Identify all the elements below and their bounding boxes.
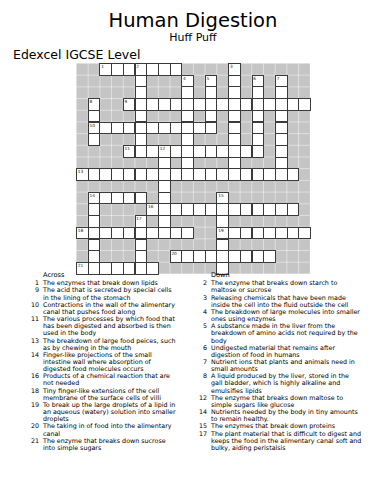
clue-number-8: 8 bbox=[89, 99, 92, 104]
down-clue-12: 12The enzyme that breaks down maltose to… bbox=[194, 394, 362, 408]
clue-text: Contractions in the wall of the alimenta… bbox=[43, 301, 178, 315]
clue-text: The enzymes that break down lipids bbox=[43, 279, 178, 286]
clue-text: Nutrient ions that plants and animals ne… bbox=[211, 358, 362, 372]
across-header: Across bbox=[43, 272, 178, 279]
clue-text: Products of a chemical reaction that are… bbox=[43, 372, 178, 386]
grid-cell-r9c18[interactable] bbox=[287, 168, 300, 181]
crossword-grid: 123456789101112131415161718192021 bbox=[76, 63, 310, 274]
clue-number-6: 6 bbox=[253, 76, 256, 81]
down-clue-15: 15The enzymes that break down proteins bbox=[194, 422, 362, 429]
down-clues-column: Down 2The enzyme that breaks down starch… bbox=[194, 272, 362, 451]
clue-text: The enzyme that breaks down maltose to s… bbox=[211, 394, 362, 408]
clue-number-label: 10 bbox=[26, 301, 43, 315]
across-clue-10: 10Contractions in the wall of the alimen… bbox=[26, 301, 178, 315]
across-clue-9: 9The acid that is secreted by special ce… bbox=[26, 286, 178, 300]
across-clue-1: 1The enzymes that break down lipids bbox=[26, 279, 178, 286]
down-clue-7: 7Nutrient ions that plants and animals n… bbox=[194, 358, 362, 372]
clue-number-label: 17 bbox=[194, 430, 211, 451]
clue-number-label: 16 bbox=[26, 372, 43, 386]
clue-text: The enzyme that breaks down starch to ma… bbox=[211, 279, 362, 293]
clue-number-1: 1 bbox=[101, 64, 104, 69]
grid-cell-r14c9[interactable] bbox=[181, 227, 194, 240]
across-clue-19: 19To break up the large droplets of a li… bbox=[26, 401, 178, 422]
across-clue-18: 18Tiny finger-like extensions of the cel… bbox=[26, 387, 178, 401]
grid-cell-r6c1[interactable] bbox=[88, 133, 101, 146]
clue-text: To break up the large droplets of a lipi… bbox=[43, 401, 178, 422]
down-clue-8: 8A liquid produced by the liver, stored … bbox=[194, 372, 362, 393]
clue-text: A liquid produced by the liver, stored i… bbox=[211, 372, 362, 393]
clue-number-12: 12 bbox=[160, 146, 165, 151]
grid-cell-r12c18[interactable] bbox=[287, 203, 300, 216]
clue-number-label: 11 bbox=[26, 315, 43, 336]
clue-text: Finger-like projections of the small int… bbox=[43, 351, 178, 372]
clue-number-9: 9 bbox=[125, 99, 128, 104]
across-clue-20: 20The taking in of food into the aliment… bbox=[26, 422, 178, 436]
clue-number-label: 4 bbox=[194, 308, 211, 322]
grid-cell-r7c15[interactable] bbox=[252, 145, 265, 158]
page-title: Human Digestion bbox=[0, 9, 386, 32]
clue-number-11: 11 bbox=[125, 146, 130, 151]
grid-cell-r5c11[interactable] bbox=[205, 122, 218, 135]
clue-number-3: 3 bbox=[230, 64, 233, 69]
clue-number-label: 6 bbox=[194, 344, 211, 358]
clue-text: The breakdown of large food peices, such… bbox=[43, 337, 178, 351]
down-clue-5: 5A substance made in the liver from the … bbox=[194, 322, 362, 343]
clue-number-label: 5 bbox=[194, 322, 211, 343]
clue-number-10: 10 bbox=[89, 123, 94, 128]
clue-number-label: 1 bbox=[26, 279, 43, 286]
page-subtitle: Huff Puff bbox=[0, 31, 386, 44]
clue-text: The enzymes that break down proteins bbox=[211, 422, 362, 429]
across-clue-21: 21The enzyme that breaks down sucrose in… bbox=[26, 437, 178, 451]
clue-number-label: 8 bbox=[194, 372, 211, 393]
clue-number-label: 13 bbox=[26, 337, 43, 351]
clue-number-16: 16 bbox=[148, 204, 153, 209]
clue-number-label: 14 bbox=[26, 351, 43, 372]
clue-text: Undigested material that remains after d… bbox=[211, 344, 362, 358]
across-clue-list: 1The enzymes that break down lipids9The … bbox=[26, 279, 178, 451]
clue-number-19: 19 bbox=[218, 228, 223, 233]
down-clue-17: 17The plant material that is difficult t… bbox=[194, 430, 362, 451]
grid-cell-r16c16[interactable] bbox=[263, 250, 276, 263]
down-clue-list: 2The enzyme that breaks down starch to m… bbox=[194, 279, 362, 451]
clue-number-label: 18 bbox=[26, 387, 43, 401]
clue-number-14: 14 bbox=[89, 193, 94, 198]
clue-number-label: 2 bbox=[194, 279, 211, 293]
across-clue-16: 16Products of a chemical reaction that a… bbox=[26, 372, 178, 386]
across-clues-column: Across 1The enzymes that break down lipi… bbox=[26, 272, 178, 451]
clue-number-13: 13 bbox=[78, 169, 83, 174]
clue-number-label: 14 bbox=[194, 408, 211, 422]
clue-number-5: 5 bbox=[206, 76, 209, 81]
clue-number-label: 19 bbox=[26, 401, 43, 422]
clue-text: The plant material that is difficult to … bbox=[211, 430, 362, 451]
clue-number-20: 20 bbox=[171, 251, 176, 256]
clue-number-label: 3 bbox=[194, 294, 211, 308]
down-clue-4: 4The breakdown of large molecules into s… bbox=[194, 308, 362, 322]
clue-text: The various processes by which food that… bbox=[43, 315, 178, 336]
grid-cell-r3c19[interactable] bbox=[298, 98, 311, 111]
clue-number-label: 15 bbox=[194, 422, 211, 429]
clue-text: The enzyme that breaks down sucrose into… bbox=[43, 437, 178, 451]
clue-number-2: 2 bbox=[136, 64, 139, 69]
down-clue-14: 14Nutrients needed by the body in tiny a… bbox=[194, 408, 362, 422]
across-clue-11: 11The various processes by which food th… bbox=[26, 315, 178, 336]
clue-number-label: 21 bbox=[26, 437, 43, 451]
down-clue-6: 6Undigested material that remains after … bbox=[194, 344, 362, 358]
clue-number-21: 21 bbox=[78, 263, 83, 268]
clue-number-label: 7 bbox=[194, 358, 211, 372]
clue-text: The taking in of food into the alimentar… bbox=[43, 422, 178, 436]
clue-number-label: 9 bbox=[26, 286, 43, 300]
clue-text: Nutrients needed by the body in tiny amo… bbox=[211, 408, 362, 422]
clue-number-label: 20 bbox=[26, 422, 43, 436]
grid-cell-r14c19[interactable] bbox=[298, 227, 311, 240]
worksheet-page: Human Digestion Huff Puff Edexcel IGCSE … bbox=[0, 0, 386, 500]
level-label: Edexcel IGCSE Level bbox=[13, 47, 140, 62]
clue-number-7: 7 bbox=[277, 76, 280, 81]
clue-number-18: 18 bbox=[78, 228, 83, 233]
down-clue-2: 2The enzyme that breaks down starch to m… bbox=[194, 279, 362, 293]
clue-number-label: 12 bbox=[194, 394, 211, 408]
across-clue-14: 14Finger-like projections of the small i… bbox=[26, 351, 178, 372]
down-header: Down bbox=[211, 272, 362, 279]
down-clue-3: 3Releasing chemicals that have been made… bbox=[194, 294, 362, 308]
clue-text: The breakdown of large molecules into sm… bbox=[211, 308, 362, 322]
across-clue-13: 13The breakdown of large food peices, su… bbox=[26, 337, 178, 351]
clue-text: Releasing chemicals that have been made … bbox=[211, 294, 362, 308]
clue-number-4: 4 bbox=[183, 76, 186, 81]
clue-text: The acid that is secreted by special cel… bbox=[43, 286, 178, 300]
clue-number-17: 17 bbox=[136, 216, 141, 221]
clue-text: A substance made in the liver from the b… bbox=[211, 322, 362, 343]
clue-text: Tiny finger-like extensions of the cell … bbox=[43, 387, 178, 401]
clue-number-15: 15 bbox=[218, 193, 223, 198]
